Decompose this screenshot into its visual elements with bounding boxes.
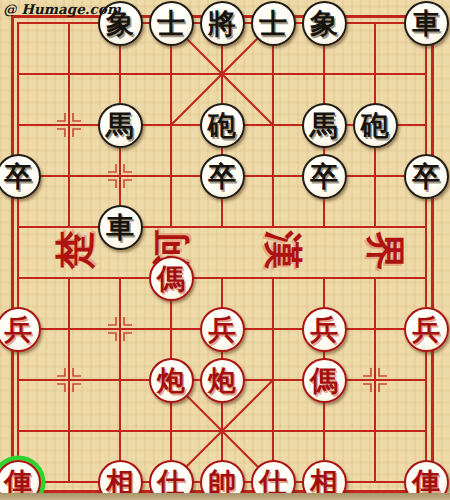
piece-black-advisor[interactable]: 士 — [149, 1, 194, 46]
piece-red-soldier[interactable]: 兵 — [404, 307, 449, 352]
piece-black-cannon[interactable]: 砲 — [353, 103, 398, 148]
piece-red-soldier[interactable]: 兵 — [302, 307, 347, 352]
piece-black-soldier[interactable]: 卒 — [302, 154, 347, 199]
soldier-glyph: 兵 — [208, 316, 236, 344]
xiangqi-board: @ Humage.com 楚 河 漢 界 象士將士象車馬砲馬砲卒卒卒卒車傌兵兵兵… — [0, 0, 450, 500]
chariot-glyph: 車 — [106, 214, 134, 242]
soldier-glyph: 卒 — [310, 163, 338, 191]
piece-red-cannon[interactable]: 炮 — [200, 358, 245, 403]
horse-glyph: 馬 — [106, 112, 134, 140]
advisor-glyph: 士 — [157, 10, 185, 38]
elephant-glyph: 象 — [310, 10, 338, 38]
piece-black-horse[interactable]: 馬 — [98, 103, 143, 148]
piece-black-chariot[interactable]: 車 — [404, 1, 449, 46]
piece-red-horse[interactable]: 傌 — [302, 358, 347, 403]
horse-glyph: 馬 — [310, 112, 338, 140]
piece-red-soldier[interactable]: 兵 — [200, 307, 245, 352]
watermark-text: @ Humage.com — [3, 1, 121, 17]
horse-glyph: 傌 — [310, 367, 338, 395]
piece-red-horse[interactable]: 傌 — [149, 256, 194, 301]
piece-black-soldier[interactable]: 卒 — [404, 154, 449, 199]
piece-black-advisor[interactable]: 士 — [251, 1, 296, 46]
piece-black-elephant[interactable]: 象 — [302, 1, 347, 46]
soldier-glyph: 卒 — [208, 163, 236, 191]
piece-black-chariot[interactable]: 車 — [98, 205, 143, 250]
piece-black-soldier[interactable]: 卒 — [0, 154, 41, 199]
cannon-glyph: 炮 — [157, 367, 185, 395]
soldier-glyph: 卒 — [412, 163, 440, 191]
soldier-glyph: 兵 — [310, 316, 338, 344]
piece-red-soldier[interactable]: 兵 — [0, 307, 41, 352]
river-char-han: 漢 — [256, 231, 310, 270]
cannon-glyph: 砲 — [208, 112, 236, 140]
piece-black-horse[interactable]: 馬 — [302, 103, 347, 148]
general-glyph: 將 — [208, 10, 236, 38]
river-char-chu: 楚 — [48, 231, 102, 270]
advisor-glyph: 士 — [259, 10, 287, 38]
cannon-glyph: 炮 — [208, 367, 236, 395]
board-grid[interactable]: 楚 河 漢 界 象士將士象車馬砲馬砲卒卒卒卒車傌兵兵兵兵炮炮傌俥相仕帥仕相俥 — [18, 23, 426, 482]
soldier-glyph: 卒 — [4, 163, 32, 191]
soldier-glyph: 兵 — [412, 316, 440, 344]
piece-black-cannon[interactable]: 砲 — [200, 103, 245, 148]
piece-black-general[interactable]: 將 — [200, 1, 245, 46]
chariot-glyph: 車 — [412, 10, 440, 38]
river-char-jie: 界 — [358, 232, 412, 271]
piece-black-soldier[interactable]: 卒 — [200, 154, 245, 199]
board-bottom-edge — [0, 493, 450, 500]
piece-red-cannon[interactable]: 炮 — [149, 358, 194, 403]
soldier-glyph: 兵 — [4, 316, 32, 344]
cannon-glyph: 砲 — [361, 112, 389, 140]
horse-glyph: 傌 — [157, 265, 185, 293]
